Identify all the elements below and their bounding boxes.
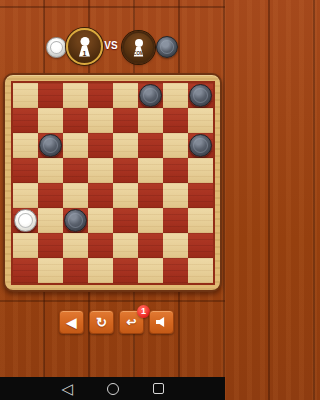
black-piece[interactable] [189,134,212,157]
android-back-icon[interactable]: ◁ [61,381,73,396]
square-r1c5[interactable] [113,83,138,108]
square-r4c4[interactable] [88,158,113,183]
square-r6c1[interactable] [13,208,38,233]
square-r1c4[interactable] [88,83,113,108]
square-r4c1[interactable] [13,158,38,183]
square-r1c1[interactable] [13,83,38,108]
square-r7c1[interactable] [13,233,38,258]
square-r3c6[interactable] [138,133,163,158]
square-r7c2[interactable] [38,233,63,258]
black-piece[interactable] [64,209,87,232]
square-r6c7[interactable] [163,208,188,233]
player-left-label: 1 [83,50,87,57]
square-r5c1[interactable] [13,183,38,208]
back-button[interactable]: ◀ [59,310,84,334]
restart-button[interactable]: ↻ [89,310,114,334]
square-r6c3[interactable] [63,208,88,233]
square-r8c1[interactable] [13,258,38,283]
square-r5c7[interactable] [163,183,188,208]
square-r4c6[interactable] [138,158,163,183]
undo-button[interactable]: ↩ 1 [119,310,144,334]
person-icon: 1 [76,37,94,57]
square-r1c3[interactable] [63,83,88,108]
wood-plank-seam [0,300,225,302]
square-r6c5[interactable] [113,208,138,233]
square-r1c7[interactable] [163,83,188,108]
square-r5c2[interactable] [38,183,63,208]
square-r5c6[interactable] [138,183,163,208]
square-r8c3[interactable] [63,258,88,283]
square-r7c6[interactable] [138,233,163,258]
square-r6c4[interactable] [88,208,113,233]
square-r2c7[interactable] [163,108,188,133]
player-right-label: COM [133,52,144,57]
square-r1c6[interactable] [138,83,163,108]
black-piece[interactable] [139,84,162,107]
black-piece[interactable] [189,84,212,107]
square-r6c2[interactable] [38,208,63,233]
rotate-arrow-icon: ↻ [96,316,107,329]
square-r5c5[interactable] [113,183,138,208]
square-r3c8[interactable] [188,133,213,158]
person-icon: COM [131,39,147,57]
square-r6c8[interactable] [188,208,213,233]
square-r1c2[interactable] [38,83,63,108]
square-r8c8[interactable] [188,258,213,283]
square-r7c7[interactable] [163,233,188,258]
square-r1c8[interactable] [188,83,213,108]
square-r2c3[interactable] [63,108,88,133]
square-r7c4[interactable] [88,233,113,258]
android-navbar: ◁ [0,377,225,400]
square-r2c6[interactable] [138,108,163,133]
speaker-icon [156,317,168,328]
wood-plank-seam [0,6,225,8]
player-avatar-right[interactable]: COM [122,31,155,64]
square-r4c2[interactable] [38,158,63,183]
undo-arrow-icon: ↩ [126,316,136,328]
left-arrow-icon: ◀ [67,316,77,329]
player-avatar-left[interactable]: 1 [66,28,103,65]
square-r8c2[interactable] [38,258,63,283]
square-r2c8[interactable] [188,108,213,133]
android-home-icon[interactable] [107,383,119,395]
square-r8c5[interactable] [113,258,138,283]
board-grid [11,81,215,285]
square-r2c1[interactable] [13,108,38,133]
white-piece[interactable] [14,209,37,232]
square-r2c4[interactable] [88,108,113,133]
black-tray-piece [156,36,178,58]
square-r3c1[interactable] [13,133,38,158]
square-r2c2[interactable] [38,108,63,133]
square-r7c5[interactable] [113,233,138,258]
square-r7c8[interactable] [188,233,213,258]
square-r4c8[interactable] [188,158,213,183]
square-r3c3[interactable] [63,133,88,158]
square-r3c2[interactable] [38,133,63,158]
square-r4c5[interactable] [113,158,138,183]
square-r8c7[interactable] [163,258,188,283]
white-tray-piece [46,37,67,58]
black-piece[interactable] [39,134,62,157]
android-recents-icon[interactable] [153,383,164,394]
sound-button[interactable] [149,310,174,334]
toolbar: ◀ ↻ ↩ 1 [59,310,174,334]
square-r5c4[interactable] [88,183,113,208]
square-r3c5[interactable] [113,133,138,158]
square-r8c4[interactable] [88,258,113,283]
checkers-board [3,73,222,292]
square-r8c6[interactable] [138,258,163,283]
square-r5c3[interactable] [63,183,88,208]
square-r7c3[interactable] [63,233,88,258]
versus-label: VS [101,40,121,51]
square-r6c6[interactable] [138,208,163,233]
square-r4c3[interactable] [63,158,88,183]
square-r3c4[interactable] [88,133,113,158]
square-r2c5[interactable] [113,108,138,133]
square-r3c7[interactable] [163,133,188,158]
square-r5c8[interactable] [188,183,213,208]
square-r4c7[interactable] [163,158,188,183]
